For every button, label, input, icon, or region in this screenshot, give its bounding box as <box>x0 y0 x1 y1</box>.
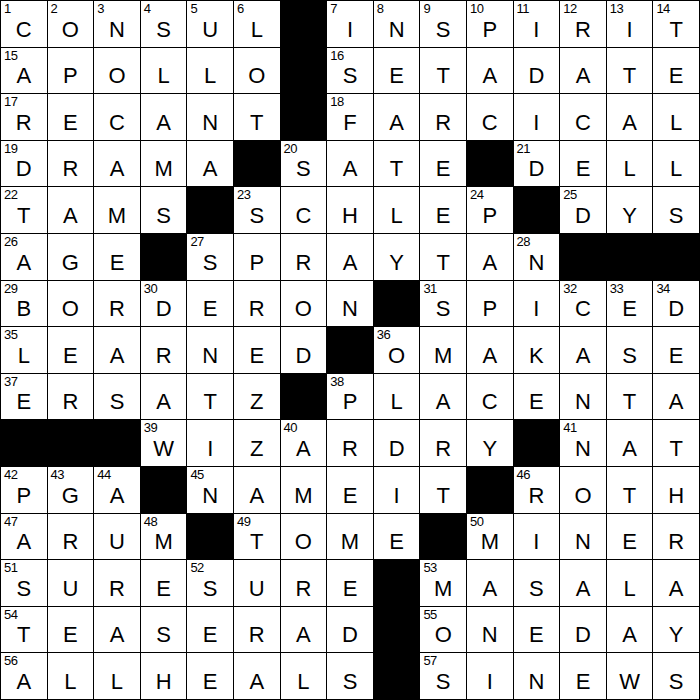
letter-cell[interactable]: E <box>48 607 94 653</box>
cell-letter: T <box>420 252 466 274</box>
cell-letter: E <box>560 671 606 693</box>
black-cell <box>281 48 327 94</box>
cell-letter: A <box>281 624 327 646</box>
letter-cell[interactable]: N <box>560 374 606 420</box>
letter-cell[interactable]: E <box>374 514 420 560</box>
letter-cell[interactable]: E <box>187 281 233 327</box>
letter-cell[interactable]: E <box>327 467 373 513</box>
letter-cell[interactable]: C <box>467 94 513 140</box>
clue-number: 23 <box>237 188 250 202</box>
letter-cell[interactable]: Y <box>374 234 420 280</box>
letter-cell[interactable]: A <box>653 560 699 606</box>
cell-letter: M <box>281 485 327 507</box>
cell-letter: E <box>560 158 606 180</box>
letter-cell[interactable]: Y <box>607 187 653 233</box>
letter-cell[interactable]: A <box>234 653 280 699</box>
letter-cell[interactable]: 11I <box>514 1 560 47</box>
letter-cell[interactable]: N <box>187 94 233 140</box>
letter-cell[interactable]: Y <box>653 607 699 653</box>
letter-cell[interactable]: 10P <box>467 1 513 47</box>
black-cell <box>94 420 140 466</box>
cell-letter: A <box>141 391 187 413</box>
letter-cell[interactable]: A <box>560 327 606 373</box>
letter-cell[interactable]: S <box>94 374 140 420</box>
letter-cell[interactable]: 39W <box>141 420 187 466</box>
cell-letter: S <box>420 19 466 41</box>
letter-cell[interactable]: I <box>514 281 560 327</box>
letter-cell[interactable]: 42P <box>1 467 47 513</box>
letter-cell[interactable]: E <box>420 187 466 233</box>
letter-cell[interactable]: 22T <box>1 187 47 233</box>
letter-cell[interactable]: E <box>327 560 373 606</box>
letter-cell[interactable]: 4S <box>141 1 187 47</box>
letter-cell[interactable]: R <box>94 281 140 327</box>
cell-letter: R <box>281 252 327 274</box>
letter-cell[interactable]: T <box>653 420 699 466</box>
letter-cell[interactable]: K <box>514 327 560 373</box>
clue-number: 55 <box>423 608 436 622</box>
letter-cell[interactable]: L <box>141 48 187 94</box>
letter-cell[interactable]: P <box>234 234 280 280</box>
letter-cell[interactable]: E <box>607 514 653 560</box>
letter-cell[interactable]: 18F <box>327 94 373 140</box>
cell-letter: I <box>327 19 373 41</box>
letter-cell[interactable]: N <box>187 327 233 373</box>
letter-cell[interactable]: A <box>94 141 140 187</box>
letter-cell[interactable]: 44A <box>94 467 140 513</box>
letter-cell[interactable]: M <box>141 141 187 187</box>
letter-cell[interactable]: 6L <box>234 1 280 47</box>
cell-letter: S <box>653 671 699 693</box>
letter-cell[interactable]: A <box>48 187 94 233</box>
letter-cell[interactable]: A <box>467 560 513 606</box>
cell-letter: A <box>48 205 94 227</box>
letter-cell[interactable]: L <box>187 48 233 94</box>
letter-cell[interactable]: 40A <box>281 420 327 466</box>
letter-cell[interactable]: A <box>607 94 653 140</box>
clue-number: 36 <box>377 328 390 342</box>
letter-cell[interactable]: G <box>48 234 94 280</box>
letter-cell[interactable]: A <box>94 327 140 373</box>
letter-cell[interactable]: A <box>560 48 606 94</box>
letter-cell[interactable]: 41N <box>560 420 606 466</box>
letter-cell[interactable]: E <box>653 327 699 373</box>
cell-letter: L <box>374 205 420 227</box>
letter-cell[interactable]: 56A <box>1 653 47 699</box>
letter-cell[interactable]: D <box>281 327 327 373</box>
letter-cell[interactable]: C <box>94 94 140 140</box>
letter-cell[interactable]: A <box>374 94 420 140</box>
black-cell <box>281 374 327 420</box>
clue-number: 42 <box>4 468 17 482</box>
cell-letter: R <box>420 112 466 134</box>
letter-cell[interactable]: I <box>514 514 560 560</box>
letter-cell[interactable]: A <box>141 94 187 140</box>
letter-cell[interactable]: A <box>607 607 653 653</box>
cell-letter: R <box>281 578 327 600</box>
letter-cell[interactable]: Z <box>234 374 280 420</box>
clue-number: 37 <box>4 375 17 389</box>
letter-cell[interactable]: M <box>94 187 140 233</box>
letter-cell[interactable]: R <box>48 141 94 187</box>
letter-cell[interactable]: A <box>281 607 327 653</box>
cell-letter: R <box>327 438 373 460</box>
letter-cell[interactable]: T <box>234 94 280 140</box>
cell-letter: A <box>94 345 140 367</box>
letter-cell[interactable]: E <box>653 48 699 94</box>
clue-number: 10 <box>470 2 483 16</box>
letter-cell[interactable]: 14T <box>653 1 699 47</box>
letter-cell[interactable]: 3N <box>94 1 140 47</box>
letter-cell[interactable]: L <box>281 653 327 699</box>
letter-cell[interactable]: E <box>420 141 466 187</box>
cell-letter: O <box>420 624 466 646</box>
letter-cell[interactable]: A <box>420 374 466 420</box>
letter-cell[interactable]: D <box>327 607 373 653</box>
letter-cell[interactable]: A <box>467 48 513 94</box>
letter-cell[interactable]: T <box>420 467 466 513</box>
letter-cell[interactable]: M <box>420 327 466 373</box>
cell-letter: E <box>607 531 653 553</box>
letter-cell[interactable]: Z <box>234 420 280 466</box>
cell-letter: G <box>48 485 94 507</box>
letter-cell[interactable]: E <box>560 141 606 187</box>
clue-number: 19 <box>4 142 17 156</box>
letter-cell[interactable]: 16S <box>327 48 373 94</box>
cell-letter: U <box>187 19 233 41</box>
letter-cell[interactable]: 50M <box>467 514 513 560</box>
letter-cell[interactable]: C <box>467 374 513 420</box>
letter-cell[interactable]: S <box>653 653 699 699</box>
letter-cell[interactable]: R <box>653 514 699 560</box>
letter-cell[interactable]: L <box>607 560 653 606</box>
cell-letter: A <box>94 624 140 646</box>
clue-number: 11 <box>517 2 530 16</box>
letter-cell[interactable]: 57S <box>420 653 466 699</box>
letter-cell[interactable]: C <box>560 94 606 140</box>
letter-cell[interactable]: 30D <box>141 281 187 327</box>
cell-letter: T <box>187 391 233 413</box>
clue-number: 32 <box>563 282 576 296</box>
letter-cell[interactable]: E <box>48 94 94 140</box>
cell-letter: E <box>327 485 373 507</box>
letter-cell[interactable]: 37E <box>1 374 47 420</box>
letter-cell[interactable]: 19D <box>1 141 47 187</box>
cell-letter: S <box>94 391 140 413</box>
letter-cell[interactable]: E <box>141 560 187 606</box>
letter-cell[interactable]: T <box>607 48 653 94</box>
letter-cell[interactable]: L <box>374 374 420 420</box>
letter-cell[interactable]: D <box>514 48 560 94</box>
letter-cell[interactable]: S <box>327 653 373 699</box>
letter-cell[interactable]: S <box>141 187 187 233</box>
cell-letter: E <box>374 65 420 87</box>
cell-letter: A <box>374 112 420 134</box>
letter-cell[interactable]: 7I <box>327 1 373 47</box>
letter-cell[interactable]: A <box>467 234 513 280</box>
letter-cell[interactable]: N <box>560 514 606 560</box>
letter-cell[interactable]: 29B <box>1 281 47 327</box>
cell-letter: A <box>467 252 513 274</box>
clue-number: 41 <box>563 421 576 435</box>
letter-cell[interactable]: 23S <box>234 187 280 233</box>
letter-cell[interactable]: E <box>234 327 280 373</box>
letter-cell[interactable]: E <box>48 327 94 373</box>
clue-number: 20 <box>284 142 297 156</box>
letter-cell[interactable]: E <box>514 374 560 420</box>
letter-cell[interactable]: A <box>187 141 233 187</box>
cell-letter: S <box>653 205 699 227</box>
letter-cell[interactable]: 21D <box>514 141 560 187</box>
letter-cell[interactable]: 52S <box>187 560 233 606</box>
letter-cell[interactable]: A <box>560 560 606 606</box>
letter-cell[interactable]: 5U <box>187 1 233 47</box>
cell-letter: M <box>420 578 466 600</box>
letter-cell[interactable]: U <box>94 514 140 560</box>
letter-cell[interactable]: P <box>467 281 513 327</box>
clue-number: 28 <box>517 235 530 249</box>
letter-cell[interactable]: 46R <box>514 467 560 513</box>
letter-cell[interactable]: Y <box>467 420 513 466</box>
cell-letter: A <box>607 624 653 646</box>
cell-letter: S <box>1 578 47 600</box>
letter-cell[interactable]: 34D <box>653 281 699 327</box>
cell-letter: R <box>234 624 280 646</box>
letter-cell[interactable]: L <box>653 94 699 140</box>
cell-letter: A <box>607 112 653 134</box>
clue-number: 16 <box>330 49 343 63</box>
cell-letter: R <box>141 345 187 367</box>
cell-letter: I <box>467 671 513 693</box>
letter-cell[interactable]: A <box>607 420 653 466</box>
letter-cell[interactable]: T <box>420 234 466 280</box>
cell-letter: W <box>607 671 653 693</box>
letter-cell[interactable]: P <box>48 48 94 94</box>
letter-cell[interactable]: 36O <box>374 327 420 373</box>
letter-cell[interactable]: 45N <box>187 467 233 513</box>
letter-cell[interactable]: O <box>234 48 280 94</box>
cell-letter: Y <box>653 624 699 646</box>
letter-cell[interactable]: E <box>187 653 233 699</box>
letter-cell[interactable]: 38P <box>327 374 373 420</box>
clue-number: 7 <box>330 2 337 16</box>
letter-cell[interactable]: R <box>94 560 140 606</box>
letter-cell[interactable]: 54T <box>1 607 47 653</box>
black-cell <box>187 187 233 233</box>
letter-cell[interactable]: L <box>94 653 140 699</box>
letter-cell[interactable]: I <box>374 467 420 513</box>
cell-letter: A <box>281 438 327 460</box>
clue-number: 3 <box>97 2 104 16</box>
letter-cell[interactable]: 15A <box>1 48 47 94</box>
letter-cell[interactable]: L <box>48 653 94 699</box>
clue-number: 8 <box>377 2 384 16</box>
cell-letter: R <box>48 531 94 553</box>
clue-number: 13 <box>610 2 623 16</box>
cell-letter: T <box>607 485 653 507</box>
cell-letter: S <box>607 345 653 367</box>
letter-cell[interactable]: I <box>467 653 513 699</box>
letter-cell[interactable]: M <box>281 467 327 513</box>
letter-cell[interactable]: E <box>187 607 233 653</box>
clue-number: 45 <box>190 468 203 482</box>
clue-number: 6 <box>237 2 244 16</box>
letter-cell[interactable]: D <box>560 607 606 653</box>
letter-cell[interactable]: 33E <box>607 281 653 327</box>
letter-cell[interactable]: A <box>234 467 280 513</box>
letter-cell[interactable]: O <box>94 48 140 94</box>
letter-cell[interactable]: 48M <box>141 514 187 560</box>
clue-number: 40 <box>284 421 297 435</box>
letter-cell[interactable]: N <box>467 607 513 653</box>
black-cell <box>514 420 560 466</box>
letter-cell[interactable]: 43G <box>48 467 94 513</box>
letter-cell[interactable]: N <box>327 281 373 327</box>
letter-cell[interactable]: R <box>234 281 280 327</box>
letter-cell[interactable]: A <box>141 374 187 420</box>
letter-cell[interactable]: 49T <box>234 514 280 560</box>
letter-cell[interactable]: E <box>374 48 420 94</box>
letter-cell[interactable]: 2O <box>48 1 94 47</box>
letter-cell[interactable]: T <box>420 48 466 94</box>
cell-letter: L <box>374 391 420 413</box>
cell-letter: A <box>1 671 47 693</box>
letter-cell[interactable]: R <box>48 514 94 560</box>
cell-letter: U <box>234 578 280 600</box>
cell-letter: E <box>420 158 466 180</box>
letter-cell[interactable]: T <box>607 374 653 420</box>
letter-cell[interactable]: H <box>653 467 699 513</box>
letter-cell[interactable]: L <box>374 187 420 233</box>
letter-cell[interactable]: 32C <box>560 281 606 327</box>
letter-cell[interactable]: 55O <box>420 607 466 653</box>
letter-cell[interactable]: M <box>327 514 373 560</box>
letter-cell[interactable]: 9S <box>420 1 466 47</box>
letter-cell[interactable]: 17R <box>1 94 47 140</box>
letter-cell[interactable]: C <box>281 187 327 233</box>
letter-cell[interactable]: 24P <box>467 187 513 233</box>
letter-cell[interactable]: R <box>281 560 327 606</box>
letter-cell[interactable]: L <box>653 141 699 187</box>
letter-cell[interactable]: A <box>327 141 373 187</box>
letter-cell[interactable]: O <box>48 281 94 327</box>
letter-cell[interactable]: I <box>187 420 233 466</box>
letter-cell[interactable]: S <box>514 560 560 606</box>
letter-cell[interactable]: S <box>141 607 187 653</box>
letter-cell[interactable]: 25D <box>560 187 606 233</box>
cell-letter: T <box>420 65 466 87</box>
letter-cell[interactable]: 31S <box>420 281 466 327</box>
black-cell <box>420 514 466 560</box>
letter-cell[interactable]: O <box>281 281 327 327</box>
cell-letter: S <box>234 205 280 227</box>
clue-number: 44 <box>97 468 110 482</box>
letter-cell[interactable]: H <box>327 187 373 233</box>
letter-cell[interactable]: T <box>187 374 233 420</box>
letter-cell[interactable]: 27S <box>187 234 233 280</box>
cell-letter: C <box>560 112 606 134</box>
letter-cell[interactable]: 12R <box>560 1 606 47</box>
letter-cell[interactable]: 53M <box>420 560 466 606</box>
letter-cell[interactable]: A <box>467 327 513 373</box>
letter-cell[interactable]: 26A <box>1 234 47 280</box>
cell-letter: N <box>187 112 233 134</box>
letter-cell[interactable]: 13I <box>607 1 653 47</box>
letter-cell[interactable]: 28N <box>514 234 560 280</box>
letter-cell[interactable]: 20S <box>281 141 327 187</box>
cell-letter: A <box>1 252 47 274</box>
letter-cell[interactable]: R <box>234 607 280 653</box>
letter-cell[interactable]: O <box>281 514 327 560</box>
cell-letter: S <box>141 205 187 227</box>
cell-letter: L <box>653 158 699 180</box>
letter-cell[interactable]: S <box>653 187 699 233</box>
cell-letter: N <box>187 345 233 367</box>
cell-letter: L <box>234 19 280 41</box>
letter-cell[interactable]: S <box>607 327 653 373</box>
letter-cell[interactable]: 47A <box>1 514 47 560</box>
clue-number: 50 <box>470 515 483 529</box>
cell-letter: A <box>327 158 373 180</box>
cell-letter: R <box>48 391 94 413</box>
letter-cell[interactable]: A <box>94 607 140 653</box>
letter-cell[interactable]: A <box>327 234 373 280</box>
letter-cell[interactable]: 8N <box>374 1 420 47</box>
letter-cell[interactable]: O <box>560 467 606 513</box>
letter-cell[interactable]: 35L <box>1 327 47 373</box>
letter-cell[interactable]: R <box>281 234 327 280</box>
letter-cell[interactable]: I <box>514 94 560 140</box>
cell-letter: P <box>327 391 373 413</box>
letter-cell[interactable]: H <box>141 653 187 699</box>
letter-cell[interactable]: U <box>234 560 280 606</box>
letter-cell[interactable]: 1C <box>1 1 47 47</box>
cell-letter: A <box>467 345 513 367</box>
cell-letter: S <box>187 252 233 274</box>
letter-cell[interactable]: R <box>141 327 187 373</box>
letter-cell[interactable]: D <box>374 420 420 466</box>
letter-cell[interactable]: E <box>514 607 560 653</box>
cell-letter: S <box>281 158 327 180</box>
letter-cell[interactable]: E <box>94 234 140 280</box>
cell-letter: E <box>653 345 699 367</box>
cell-letter: D <box>560 624 606 646</box>
letter-cell[interactable]: R <box>420 420 466 466</box>
clue-number: 38 <box>330 375 343 389</box>
letter-cell[interactable]: A <box>653 374 699 420</box>
clue-number: 54 <box>4 608 17 622</box>
letter-cell[interactable]: N <box>514 653 560 699</box>
letter-cell[interactable]: T <box>374 141 420 187</box>
letter-cell[interactable]: L <box>607 141 653 187</box>
letter-cell[interactable]: W <box>607 653 653 699</box>
clue-number: 31 <box>423 282 436 296</box>
letter-cell[interactable]: T <box>607 467 653 513</box>
cell-letter: F <box>327 112 373 134</box>
cell-letter: L <box>281 671 327 693</box>
letter-cell[interactable]: R <box>327 420 373 466</box>
cell-letter: T <box>653 19 699 41</box>
letter-cell[interactable]: E <box>560 653 606 699</box>
letter-cell[interactable]: R <box>48 374 94 420</box>
letter-cell[interactable]: R <box>420 94 466 140</box>
cell-letter: R <box>94 298 140 320</box>
cell-letter: I <box>514 531 560 553</box>
letter-cell[interactable]: 51S <box>1 560 47 606</box>
cell-letter: D <box>1 158 47 180</box>
cell-letter: R <box>653 531 699 553</box>
letter-cell[interactable]: U <box>48 560 94 606</box>
